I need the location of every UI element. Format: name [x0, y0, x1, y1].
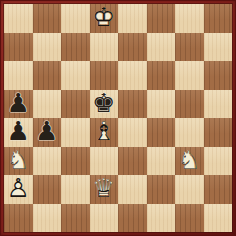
- black-king-glyph: ♚: [92, 90, 115, 116]
- white-queen[interactable]: ♛♕: [90, 175, 119, 204]
- black-pawn[interactable]: ♟: [33, 118, 62, 147]
- square-e8[interactable]: [118, 4, 147, 33]
- square-c6[interactable]: [61, 61, 90, 90]
- square-h7[interactable]: [204, 33, 233, 62]
- square-a4[interactable]: ♟: [4, 118, 33, 147]
- square-a2[interactable]: ♟♙: [4, 175, 33, 204]
- square-h8[interactable]: [204, 4, 233, 33]
- square-e6[interactable]: [118, 61, 147, 90]
- square-c4[interactable]: [61, 118, 90, 147]
- square-c2[interactable]: [61, 175, 90, 204]
- square-d5[interactable]: ♚: [90, 90, 119, 119]
- square-d7[interactable]: [90, 33, 119, 62]
- chess-board-frame: ♚♔♟♚♟♟♝♗♞♘♞♘♟♙♛♕: [0, 0, 236, 236]
- square-c1[interactable]: [61, 204, 90, 233]
- square-a3[interactable]: ♞♘: [4, 147, 33, 176]
- square-h4[interactable]: [204, 118, 233, 147]
- square-g6[interactable]: [175, 61, 204, 90]
- square-a8[interactable]: [4, 4, 33, 33]
- square-f8[interactable]: [147, 4, 176, 33]
- square-f4[interactable]: [147, 118, 176, 147]
- square-e7[interactable]: [118, 33, 147, 62]
- square-f6[interactable]: [147, 61, 176, 90]
- square-f5[interactable]: [147, 90, 176, 119]
- square-g7[interactable]: [175, 33, 204, 62]
- square-c3[interactable]: [61, 147, 90, 176]
- white-knight-outline: ♘: [7, 147, 30, 173]
- square-h3[interactable]: [204, 147, 233, 176]
- square-g8[interactable]: [175, 4, 204, 33]
- square-a1[interactable]: [4, 204, 33, 233]
- square-h1[interactable]: [204, 204, 233, 233]
- square-h2[interactable]: [204, 175, 233, 204]
- square-b3[interactable]: [33, 147, 62, 176]
- white-pawn[interactable]: ♟♙: [4, 175, 33, 204]
- square-b4[interactable]: ♟: [33, 118, 62, 147]
- square-e1[interactable]: [118, 204, 147, 233]
- black-pawn[interactable]: ♟: [4, 90, 33, 119]
- square-d1[interactable]: [90, 204, 119, 233]
- square-g1[interactable]: [175, 204, 204, 233]
- square-e4[interactable]: [118, 118, 147, 147]
- square-h6[interactable]: [204, 61, 233, 90]
- square-a7[interactable]: [4, 33, 33, 62]
- square-g3[interactable]: ♞♘: [175, 147, 204, 176]
- square-b8[interactable]: [33, 4, 62, 33]
- square-a6[interactable]: [4, 61, 33, 90]
- square-f2[interactable]: [147, 175, 176, 204]
- black-king[interactable]: ♚: [90, 90, 119, 119]
- square-d3[interactable]: [90, 147, 119, 176]
- black-pawn-glyph: ♟: [7, 90, 30, 116]
- black-pawn[interactable]: ♟: [4, 118, 33, 147]
- black-pawn-glyph: ♟: [35, 119, 58, 145]
- white-knight-outline: ♘: [178, 147, 201, 173]
- square-g4[interactable]: [175, 118, 204, 147]
- square-c8[interactable]: [61, 4, 90, 33]
- square-d2[interactable]: ♛♕: [90, 175, 119, 204]
- square-h5[interactable]: [204, 90, 233, 119]
- square-b6[interactable]: [33, 61, 62, 90]
- square-b2[interactable]: [33, 175, 62, 204]
- white-king[interactable]: ♚♔: [90, 4, 119, 33]
- white-knight[interactable]: ♞♘: [4, 147, 33, 176]
- square-e5[interactable]: [118, 90, 147, 119]
- square-g2[interactable]: [175, 175, 204, 204]
- square-f1[interactable]: [147, 204, 176, 233]
- black-pawn-glyph: ♟: [7, 119, 30, 145]
- square-c7[interactable]: [61, 33, 90, 62]
- white-queen-outline: ♕: [92, 176, 115, 202]
- square-g5[interactable]: [175, 90, 204, 119]
- square-e3[interactable]: [118, 147, 147, 176]
- square-a5[interactable]: ♟: [4, 90, 33, 119]
- white-knight[interactable]: ♞♘: [175, 147, 204, 176]
- white-king-outline: ♔: [92, 5, 115, 31]
- square-d6[interactable]: [90, 61, 119, 90]
- white-bishop-outline: ♗: [92, 119, 115, 145]
- white-pawn-outline: ♙: [7, 176, 30, 202]
- square-d4[interactable]: ♝♗: [90, 118, 119, 147]
- chess-board: ♚♔♟♚♟♟♝♗♞♘♞♘♟♙♛♕: [4, 4, 232, 232]
- square-e2[interactable]: [118, 175, 147, 204]
- white-bishop[interactable]: ♝♗: [90, 118, 119, 147]
- square-b1[interactable]: [33, 204, 62, 233]
- square-b7[interactable]: [33, 33, 62, 62]
- square-f7[interactable]: [147, 33, 176, 62]
- square-f3[interactable]: [147, 147, 176, 176]
- square-c5[interactable]: [61, 90, 90, 119]
- square-d8[interactable]: ♚♔: [90, 4, 119, 33]
- square-b5[interactable]: [33, 90, 62, 119]
